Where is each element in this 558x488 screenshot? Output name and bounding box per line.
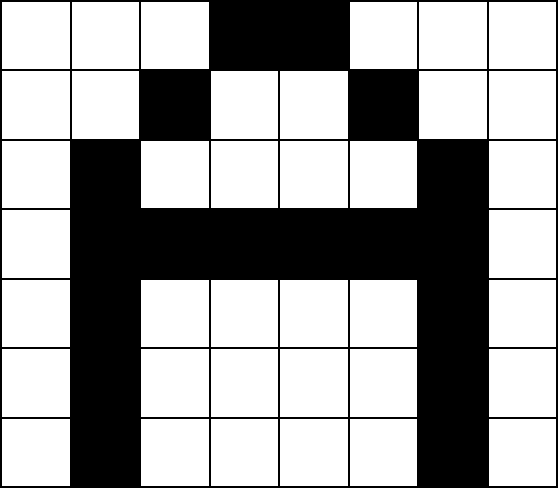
grid-cell-r5c1[interactable]	[2, 280, 70, 347]
grid-cell-r3c3[interactable]	[141, 141, 209, 208]
grid-cell-r2c2[interactable]	[72, 71, 140, 138]
grid-cell-r3c7[interactable]	[419, 141, 487, 208]
grid-cell-r6c4[interactable]	[211, 349, 279, 416]
grid-cell-r6c7[interactable]	[419, 349, 487, 416]
grid-cell-r3c1[interactable]	[2, 141, 70, 208]
grid-cell-r4c3[interactable]	[141, 210, 209, 277]
grid-cell-r1c4[interactable]	[211, 2, 279, 69]
grid-cell-r5c3[interactable]	[141, 280, 209, 347]
grid-cell-r1c7[interactable]	[419, 2, 487, 69]
grid-cell-r1c3[interactable]	[141, 2, 209, 69]
grid-cell-r1c5[interactable]	[280, 2, 348, 69]
grid-cell-r5c8[interactable]	[489, 280, 557, 347]
grid-cell-r4c2[interactable]	[72, 210, 140, 277]
grid-cell-r3c6[interactable]	[350, 141, 418, 208]
grid-cell-r2c5[interactable]	[280, 71, 348, 138]
grid-cell-r4c8[interactable]	[489, 210, 557, 277]
grid-cell-r2c6[interactable]	[350, 71, 418, 138]
grid-cell-r7c4[interactable]	[211, 419, 279, 486]
grid-cell-r2c7[interactable]	[419, 71, 487, 138]
puzzle-grid	[0, 0, 558, 488]
grid-cell-r2c3[interactable]	[141, 71, 209, 138]
grid-cell-r2c4[interactable]	[211, 71, 279, 138]
grid-cell-r3c5[interactable]	[280, 141, 348, 208]
grid-cell-r6c6[interactable]	[350, 349, 418, 416]
grid-cell-r5c7[interactable]	[419, 280, 487, 347]
grid-cell-r3c2[interactable]	[72, 141, 140, 208]
grid-cell-r4c6[interactable]	[350, 210, 418, 277]
grid-cell-r1c8[interactable]	[489, 2, 557, 69]
grid-cell-r3c8[interactable]	[489, 141, 557, 208]
grid-cell-r6c2[interactable]	[72, 349, 140, 416]
grid-cell-r5c6[interactable]	[350, 280, 418, 347]
grid-cell-r6c8[interactable]	[489, 349, 557, 416]
grid-cell-r2c8[interactable]	[489, 71, 557, 138]
grid-cell-r7c3[interactable]	[141, 419, 209, 486]
grid-cell-r7c7[interactable]	[419, 419, 487, 486]
grid-cell-r1c1[interactable]	[2, 2, 70, 69]
grid-cell-r4c5[interactable]	[280, 210, 348, 277]
grid-cell-r7c5[interactable]	[280, 419, 348, 486]
grid-cell-r1c6[interactable]	[350, 2, 418, 69]
grid-cell-r7c8[interactable]	[489, 419, 557, 486]
grid-cell-r7c2[interactable]	[72, 419, 140, 486]
grid-cell-r4c1[interactable]	[2, 210, 70, 277]
grid-cell-r7c6[interactable]	[350, 419, 418, 486]
grid-cell-r3c4[interactable]	[211, 141, 279, 208]
grid-cell-r2c1[interactable]	[2, 71, 70, 138]
grid-cell-r5c5[interactable]	[280, 280, 348, 347]
grid-cell-r4c4[interactable]	[211, 210, 279, 277]
grid-cell-r4c7[interactable]	[419, 210, 487, 277]
grid-cell-r6c3[interactable]	[141, 349, 209, 416]
grid-cell-r5c2[interactable]	[72, 280, 140, 347]
grid-cell-r6c1[interactable]	[2, 349, 70, 416]
grid-cell-r7c1[interactable]	[2, 419, 70, 486]
grid-cell-r5c4[interactable]	[211, 280, 279, 347]
grid-cell-r1c2[interactable]	[72, 2, 140, 69]
grid-cell-r6c5[interactable]	[280, 349, 348, 416]
